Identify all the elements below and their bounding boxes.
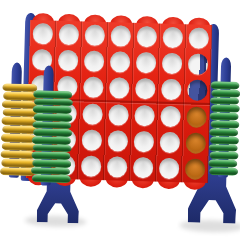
- board-cell: [104, 154, 131, 181]
- board-cell: [105, 127, 132, 154]
- product-photo: [0, 0, 240, 240]
- empty-hole: [109, 78, 130, 100]
- board-cell: [55, 47, 82, 74]
- board-cell: [79, 100, 106, 127]
- board-cell: [130, 154, 157, 181]
- green-ring: [209, 167, 238, 176]
- green-ring: [32, 159, 71, 168]
- board-cell: [159, 24, 186, 51]
- empty-hole: [84, 50, 105, 72]
- yellow-ring: [0, 167, 35, 176]
- board-cell: [132, 76, 159, 103]
- empty-hole: [162, 53, 183, 75]
- green-ring: [209, 151, 238, 160]
- board-cell: [29, 20, 56, 47]
- empty-hole: [137, 26, 158, 48]
- empty-hole: [163, 26, 184, 48]
- board-cell: [105, 101, 132, 128]
- empty-hole: [82, 129, 103, 151]
- board-cell: [182, 130, 209, 157]
- board-cell: [185, 51, 212, 78]
- empty-hole: [59, 23, 80, 45]
- green-ring: [32, 174, 71, 183]
- empty-hole: [81, 156, 102, 178]
- green-ring: [33, 144, 72, 153]
- stored-yellow-disc: [186, 132, 207, 154]
- empty-hole: [134, 105, 155, 127]
- board-cell: [131, 102, 158, 129]
- board-cell: [133, 23, 160, 50]
- empty-hole: [161, 79, 182, 101]
- green-ring: [34, 98, 73, 107]
- empty-hole: [33, 23, 54, 45]
- empty-hole: [111, 25, 132, 47]
- board-cell: [183, 103, 210, 130]
- green-ring: [210, 136, 239, 145]
- empty-hole: [107, 157, 128, 179]
- hole-post-visible: [187, 80, 208, 102]
- empty-hole: [133, 157, 154, 179]
- empty-hole: [108, 130, 129, 152]
- green-ring: [33, 128, 72, 137]
- empty-hole: [82, 103, 103, 125]
- board-cell: [80, 74, 107, 101]
- empty-hole: [108, 104, 129, 126]
- board-cell: [182, 156, 209, 183]
- board-cell: [78, 153, 105, 180]
- board-cell: [131, 128, 158, 155]
- empty-hole: [160, 132, 181, 154]
- stored-yellow-disc: [186, 106, 207, 128]
- left-green-disc-stack: [31, 90, 73, 183]
- board-cell: [81, 21, 108, 48]
- empty-hole: [83, 77, 104, 99]
- empty-hole: [58, 50, 79, 72]
- empty-hole: [189, 27, 210, 49]
- board-cell: [107, 22, 134, 49]
- green-ring: [210, 120, 239, 129]
- connect-four-set: [0, 0, 240, 240]
- board-cell: [159, 50, 186, 77]
- empty-hole: [85, 24, 106, 46]
- green-ring: [33, 113, 72, 122]
- board-cell: [133, 49, 160, 76]
- board-cell: [158, 76, 185, 103]
- board-cell: [107, 48, 134, 75]
- board-cell: [156, 155, 183, 182]
- empty-hole: [135, 78, 156, 100]
- hole-post-sliver: [188, 53, 209, 75]
- right-green-disc-stack: [208, 81, 240, 176]
- board-cell: [185, 24, 212, 51]
- green-ring: [211, 89, 240, 98]
- board-cell: [184, 77, 211, 104]
- empty-hole: [110, 51, 131, 73]
- board-cell: [55, 21, 82, 48]
- board-cell: [157, 129, 184, 156]
- green-ring: [211, 105, 240, 114]
- board-cell: [106, 75, 133, 102]
- stored-yellow-disc: [185, 159, 206, 181]
- empty-hole: [160, 105, 181, 127]
- board-cell: [81, 48, 108, 75]
- board-cell: [79, 127, 106, 154]
- empty-hole: [159, 158, 180, 180]
- board-cell: [157, 103, 184, 130]
- empty-hole: [136, 52, 157, 74]
- empty-hole: [134, 131, 155, 153]
